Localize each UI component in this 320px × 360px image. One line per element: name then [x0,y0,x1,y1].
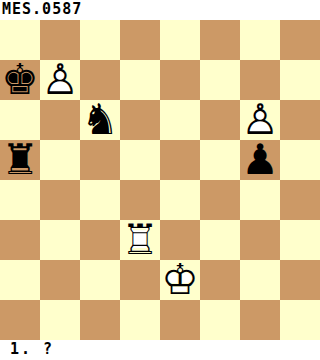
square-g3[interactable] [240,220,280,260]
square-h4[interactable] [280,180,320,220]
square-h1[interactable] [280,300,320,340]
square-d1[interactable] [120,300,160,340]
square-h5[interactable] [280,140,320,180]
square-b4[interactable] [40,180,80,220]
square-h8[interactable] [280,20,320,60]
puzzle-id-title: MES.0587 [0,0,320,20]
square-d5[interactable] [120,140,160,180]
square-g4[interactable] [240,180,280,220]
square-e4[interactable] [160,180,200,220]
square-b6[interactable] [40,100,80,140]
move-prompt: 1. ? [0,340,320,360]
square-b3[interactable] [40,220,80,260]
square-g5[interactable]: ♟ [240,140,280,180]
square-d2[interactable] [120,260,160,300]
black-knight: ♞ [81,99,119,141]
square-a8[interactable] [0,20,40,60]
square-f3[interactable] [200,220,240,260]
square-f5[interactable] [200,140,240,180]
square-e5[interactable] [160,140,200,180]
square-f1[interactable] [200,300,240,340]
square-f7[interactable] [200,60,240,100]
square-c2[interactable] [80,260,120,300]
black-pawn: ♟ [241,139,279,181]
square-c4[interactable] [80,180,120,220]
square-d4[interactable] [120,180,160,220]
square-g6[interactable]: ♟♙ [240,100,280,140]
black-rook: ♜ [1,139,39,181]
square-e7[interactable] [160,60,200,100]
square-g7[interactable] [240,60,280,100]
square-e8[interactable] [160,20,200,60]
white-pawn: ♟♙ [41,59,79,101]
square-a3[interactable] [0,220,40,260]
chess-board: ♚♟♙♞♟♙♜♟♜♖♚♔ [0,20,320,340]
square-h3[interactable] [280,220,320,260]
square-b5[interactable] [40,140,80,180]
square-d7[interactable] [120,60,160,100]
square-d3[interactable]: ♜♖ [120,220,160,260]
square-f8[interactable] [200,20,240,60]
square-e2[interactable]: ♚♔ [160,260,200,300]
square-f6[interactable] [200,100,240,140]
chess-puzzle-page: MES.0587 ♚♟♙♞♟♙♜♟♜♖♚♔ 1. ? [0,0,320,360]
black-king: ♚ [1,59,39,101]
square-f4[interactable] [200,180,240,220]
square-c7[interactable] [80,60,120,100]
square-c3[interactable] [80,220,120,260]
square-a1[interactable] [0,300,40,340]
square-a2[interactable] [0,260,40,300]
square-c1[interactable] [80,300,120,340]
square-h2[interactable] [280,260,320,300]
white-king: ♚♔ [161,259,199,301]
square-g2[interactable] [240,260,280,300]
square-g8[interactable] [240,20,280,60]
square-a7[interactable]: ♚ [0,60,40,100]
square-c5[interactable] [80,140,120,180]
square-e3[interactable] [160,220,200,260]
square-e6[interactable] [160,100,200,140]
square-c6[interactable]: ♞ [80,100,120,140]
square-b1[interactable] [40,300,80,340]
square-a4[interactable] [0,180,40,220]
square-a6[interactable] [0,100,40,140]
white-rook: ♜♖ [121,219,159,261]
square-d6[interactable] [120,100,160,140]
square-c8[interactable] [80,20,120,60]
square-b8[interactable] [40,20,80,60]
square-a5[interactable]: ♜ [0,140,40,180]
square-f2[interactable] [200,260,240,300]
square-b2[interactable] [40,260,80,300]
square-h6[interactable] [280,100,320,140]
square-b7[interactable]: ♟♙ [40,60,80,100]
square-g1[interactable] [240,300,280,340]
square-h7[interactable] [280,60,320,100]
square-d8[interactable] [120,20,160,60]
square-e1[interactable] [160,300,200,340]
